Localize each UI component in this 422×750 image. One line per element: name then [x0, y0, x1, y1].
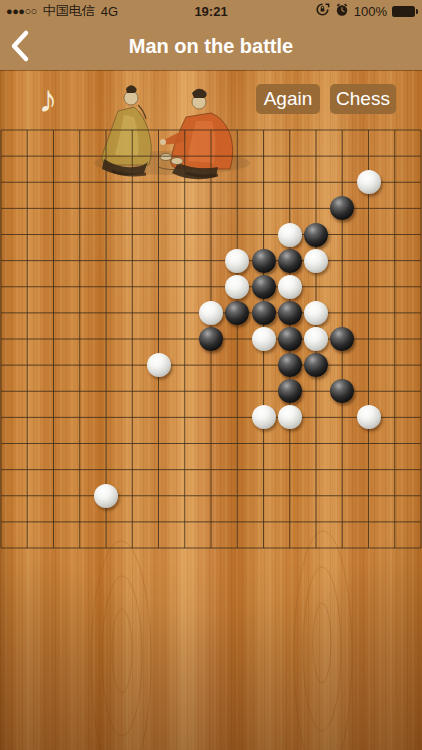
white-stone: [252, 327, 276, 351]
chess-button[interactable]: Chess: [330, 84, 396, 114]
battery-icon: [392, 6, 418, 17]
white-stone: [278, 405, 302, 429]
white-stone: [278, 275, 302, 299]
music-toggle-button[interactable]: ♪: [30, 77, 66, 121]
black-stone: [304, 223, 328, 247]
alarm-icon: [335, 3, 349, 20]
black-stone: [199, 327, 223, 351]
black-stone: [252, 301, 276, 325]
white-stone: [304, 301, 328, 325]
white-stone: [225, 249, 249, 273]
white-stone: [225, 275, 249, 299]
white-stone: [147, 353, 171, 377]
white-stone: [252, 405, 276, 429]
black-stone: [278, 249, 302, 273]
white-stone: [304, 327, 328, 351]
black-stone: [252, 275, 276, 299]
nav-bar: Man on the battle: [0, 22, 422, 70]
black-stone: [278, 379, 302, 403]
white-stone: [199, 301, 223, 325]
white-stone: [94, 484, 118, 508]
black-stone: [278, 301, 302, 325]
black-stone: [278, 353, 302, 377]
gomoku-board[interactable]: [0, 71, 422, 750]
game-area: ♪ Again Chess: [0, 70, 422, 750]
white-stone: [278, 223, 302, 247]
again-button[interactable]: Again: [256, 84, 320, 114]
status-bar: ●●●○○ 中国电信 4G 19:21 100%: [0, 0, 422, 22]
app-screen: ●●●○○ 中国电信 4G 19:21 100%: [0, 0, 422, 750]
white-stone: [304, 249, 328, 273]
black-stone: [225, 301, 249, 325]
black-stone: [304, 353, 328, 377]
back-button[interactable]: [6, 28, 38, 64]
page-title: Man on the battle: [129, 35, 293, 58]
black-stone: [252, 249, 276, 273]
white-stone: [357, 405, 381, 429]
orientation-lock-icon: [315, 2, 330, 20]
black-stone: [278, 327, 302, 351]
battery-percent: 100%: [354, 4, 387, 19]
white-stone: [357, 170, 381, 194]
